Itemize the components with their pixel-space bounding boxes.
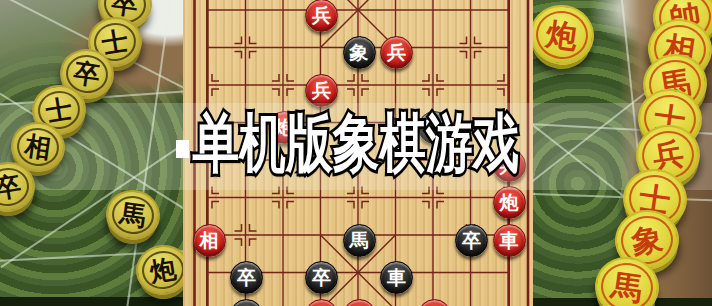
xiangqi-piece-black[interactable]: 馬	[343, 224, 376, 257]
xiangqi-piece-black[interactable]: 卒	[455, 224, 488, 257]
piece-label: 車	[500, 231, 519, 250]
photo-piece-label: 士	[44, 95, 74, 125]
photo-piece-label: 炮	[544, 17, 579, 52]
xiangqi-piece-red[interactable]: 兵	[305, 0, 338, 32]
photo-piece: 炮	[533, 1, 598, 69]
xiangqi-piece-red[interactable]: 兵	[380, 36, 413, 69]
xiangqi-piece-red[interactable]: 炮	[493, 186, 526, 219]
photo-piece: 炮	[132, 241, 183, 299]
piece-label: 炮	[500, 193, 519, 212]
photo-piece-label: 卒	[72, 59, 101, 88]
photo-piece-label: 馬	[118, 200, 147, 229]
photo-piece-label: 士	[100, 27, 130, 57]
piece-label: 兵	[312, 6, 331, 25]
screenshot-root: 卒士卒士相卒馬炮 炮帥相馬士兵士象馬 兵象兵兵炮砲兵炮相馬卒車卒卒車車仕帥相 单…	[0, 0, 712, 306]
piece-label: 卒	[312, 268, 331, 287]
xiangqi-piece-red[interactable]: 兵	[305, 74, 338, 107]
piece-label: 車	[387, 268, 406, 287]
piece-label: 象	[350, 43, 369, 62]
piece-label: 卒	[237, 268, 256, 287]
photo-piece-label: 象	[629, 222, 664, 257]
piece-label: 馬	[350, 231, 369, 250]
photo-piece-label: 馬	[609, 269, 644, 304]
xiangqi-piece-black[interactable]: 車	[380, 261, 413, 294]
piece-label: 兵	[312, 81, 331, 100]
xiangqi-piece-red[interactable]: 車	[493, 224, 526, 257]
photo-piece-label: 相	[23, 132, 52, 161]
piece-label: 兵	[387, 43, 406, 62]
photo-piece-label: 炮	[148, 255, 178, 285]
xiangqi-piece-black[interactable]: 卒	[230, 261, 263, 294]
xiangqi-piece-red[interactable]: 相	[193, 224, 226, 257]
piece-label: 卒	[462, 231, 481, 250]
photo-piece-label: 兵	[650, 137, 685, 172]
photo-piece-label: 卒	[0, 172, 23, 202]
photo-piece: 馬	[103, 186, 163, 243]
xiangqi-piece-black[interactable]: 卒	[305, 261, 338, 294]
xiangqi-piece-black[interactable]: 象	[343, 36, 376, 69]
page-title: 单机版象棋游戏	[192, 109, 519, 178]
white-mark	[176, 140, 189, 158]
piece-label: 相	[200, 231, 219, 250]
